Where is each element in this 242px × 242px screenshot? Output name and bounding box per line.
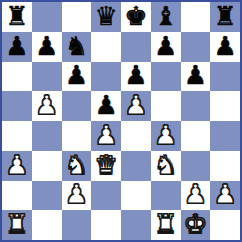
piece-black-bishop[interactable]: ♝ xyxy=(154,3,177,29)
chess-board: ♜♛♚♝♜♟♟♞♟♟♟♟♟♟♟♟♟♟♟♞♛♞♟♟♟♜♜♚ xyxy=(0,0,242,242)
square-h5[interactable] xyxy=(210,91,240,121)
square-e7[interactable] xyxy=(121,32,151,62)
piece-black-pawn[interactable]: ♟ xyxy=(124,62,147,88)
square-g3[interactable] xyxy=(181,151,211,181)
piece-white-knight[interactable]: ♞ xyxy=(65,152,88,178)
square-c2[interactable]: ♟ xyxy=(62,181,92,211)
piece-black-rook[interactable]: ♜ xyxy=(5,3,28,29)
square-g8[interactable] xyxy=(181,2,211,32)
piece-black-pawn[interactable]: ♟ xyxy=(65,62,88,88)
square-d7[interactable] xyxy=(91,32,121,62)
square-f8[interactable]: ♝ xyxy=(151,2,181,32)
square-g7[interactable] xyxy=(181,32,211,62)
square-f1[interactable]: ♜ xyxy=(151,210,181,240)
square-b4[interactable] xyxy=(32,121,62,151)
piece-black-knight[interactable]: ♞ xyxy=(65,33,88,59)
square-e6[interactable]: ♟ xyxy=(121,62,151,92)
square-h3[interactable] xyxy=(210,151,240,181)
square-d1[interactable] xyxy=(91,210,121,240)
piece-black-king[interactable]: ♚ xyxy=(124,3,147,29)
piece-white-pawn[interactable]: ♟ xyxy=(184,181,207,207)
square-c4[interactable] xyxy=(62,121,92,151)
square-c5[interactable] xyxy=(62,91,92,121)
square-e4[interactable] xyxy=(121,121,151,151)
piece-white-knight[interactable]: ♞ xyxy=(154,152,177,178)
piece-black-queen[interactable]: ♛ xyxy=(94,3,117,29)
piece-black-pawn[interactable]: ♟ xyxy=(154,33,177,59)
piece-white-pawn[interactable]: ♟ xyxy=(154,122,177,148)
square-g1[interactable]: ♚ xyxy=(181,210,211,240)
square-b5[interactable]: ♟ xyxy=(32,91,62,121)
square-b1[interactable] xyxy=(32,210,62,240)
square-d6[interactable] xyxy=(91,62,121,92)
square-a4[interactable] xyxy=(2,121,32,151)
square-g5[interactable] xyxy=(181,91,211,121)
square-a6[interactable] xyxy=(2,62,32,92)
square-d8[interactable]: ♛ xyxy=(91,2,121,32)
piece-white-queen[interactable]: ♛ xyxy=(94,152,117,178)
square-h6[interactable] xyxy=(210,62,240,92)
square-b7[interactable]: ♟ xyxy=(32,32,62,62)
piece-white-pawn[interactable]: ♟ xyxy=(124,92,147,118)
square-h7[interactable]: ♟ xyxy=(210,32,240,62)
square-d3[interactable]: ♛ xyxy=(91,151,121,181)
square-h2[interactable]: ♟ xyxy=(210,181,240,211)
square-f5[interactable] xyxy=(151,91,181,121)
square-f3[interactable]: ♞ xyxy=(151,151,181,181)
square-g2[interactable]: ♟ xyxy=(181,181,211,211)
board-area: ♜♛♚♝♜♟♟♞♟♟♟♟♟♟♟♟♟♟♟♞♛♞♟♟♟♜♜♚ xyxy=(0,0,242,242)
square-e3[interactable] xyxy=(121,151,151,181)
square-a8[interactable]: ♜ xyxy=(2,2,32,32)
piece-black-pawn[interactable]: ♟ xyxy=(5,33,28,59)
piece-white-king[interactable]: ♚ xyxy=(184,211,207,237)
square-e1[interactable] xyxy=(121,210,151,240)
piece-white-pawn[interactable]: ♟ xyxy=(65,181,88,207)
piece-white-pawn[interactable]: ♟ xyxy=(94,122,117,148)
square-h4[interactable] xyxy=(210,121,240,151)
square-h8[interactable]: ♜ xyxy=(210,2,240,32)
square-g6[interactable]: ♟ xyxy=(181,62,211,92)
square-a2[interactable] xyxy=(2,181,32,211)
square-b6[interactable] xyxy=(32,62,62,92)
square-g4[interactable] xyxy=(181,121,211,151)
piece-black-pawn[interactable]: ♟ xyxy=(94,92,117,118)
square-f6[interactable] xyxy=(151,62,181,92)
square-f4[interactable]: ♟ xyxy=(151,121,181,151)
square-a7[interactable]: ♟ xyxy=(2,32,32,62)
square-b2[interactable] xyxy=(32,181,62,211)
piece-white-rook[interactable]: ♜ xyxy=(5,211,28,237)
piece-black-pawn[interactable]: ♟ xyxy=(213,33,236,59)
square-d5[interactable]: ♟ xyxy=(91,91,121,121)
square-h1[interactable] xyxy=(210,210,240,240)
piece-black-pawn[interactable]: ♟ xyxy=(35,33,58,59)
square-c7[interactable]: ♞ xyxy=(62,32,92,62)
piece-white-pawn[interactable]: ♟ xyxy=(35,92,58,118)
piece-white-pawn[interactable]: ♟ xyxy=(213,181,236,207)
square-d4[interactable]: ♟ xyxy=(91,121,121,151)
square-c3[interactable]: ♞ xyxy=(62,151,92,181)
square-e2[interactable] xyxy=(121,181,151,211)
square-d2[interactable] xyxy=(91,181,121,211)
piece-white-rook[interactable]: ♜ xyxy=(154,211,177,237)
square-a5[interactable] xyxy=(2,91,32,121)
piece-black-rook[interactable]: ♜ xyxy=(213,3,236,29)
square-a1[interactable]: ♜ xyxy=(2,210,32,240)
piece-white-pawn[interactable]: ♟ xyxy=(5,152,28,178)
square-c6[interactable]: ♟ xyxy=(62,62,92,92)
square-f2[interactable] xyxy=(151,181,181,211)
square-c1[interactable] xyxy=(62,210,92,240)
piece-black-pawn[interactable]: ♟ xyxy=(184,62,207,88)
square-b8[interactable] xyxy=(32,2,62,32)
square-e5[interactable]: ♟ xyxy=(121,91,151,121)
square-e8[interactable]: ♚ xyxy=(121,2,151,32)
square-a3[interactable]: ♟ xyxy=(2,151,32,181)
square-b3[interactable] xyxy=(32,151,62,181)
square-f7[interactable]: ♟ xyxy=(151,32,181,62)
square-c8[interactable] xyxy=(62,2,92,32)
